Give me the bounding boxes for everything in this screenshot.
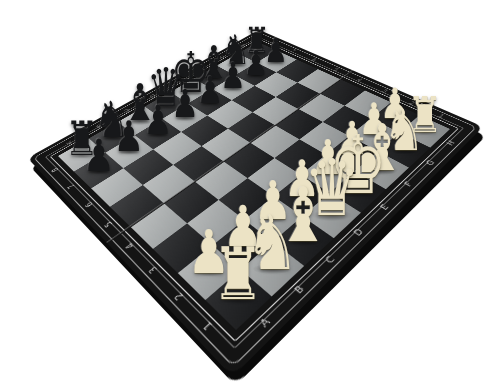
file-label-b: B bbox=[293, 284, 306, 295]
rank-label-far-2: 2 bbox=[407, 101, 415, 106]
chess-set-photo: AABBCCDDEEFFGGHH1122334455667788 ♜♞♝♛♚♝♞… bbox=[0, 0, 500, 388]
file-label-far-b: B bbox=[94, 123, 102, 128]
file-label-f: F bbox=[403, 181, 414, 188]
rank-label-4: 4 bbox=[124, 241, 135, 250]
rank-label-5: 5 bbox=[103, 220, 114, 228]
file-label-far-c: C bbox=[122, 108, 130, 113]
rank-label-8: 8 bbox=[50, 167, 60, 174]
rank-label-far-5: 5 bbox=[332, 68, 340, 72]
rank-label-far-4: 4 bbox=[355, 78, 363, 83]
rank-label-3: 3 bbox=[147, 265, 159, 275]
file-label-far-f: F bbox=[196, 67, 203, 71]
file-label-far-a: A bbox=[65, 140, 73, 146]
file-label-a: A bbox=[259, 317, 272, 329]
file-label-h: H bbox=[445, 140, 456, 147]
rank-label-6: 6 bbox=[84, 201, 94, 209]
file-label-c: C bbox=[324, 255, 336, 265]
rank-label-far-6: 6 bbox=[310, 58, 317, 62]
rank-label-7: 7 bbox=[66, 183, 76, 190]
file-label-far-h: H bbox=[239, 43, 246, 47]
file-label-far-e: E bbox=[173, 80, 180, 84]
file-label-far-g: G bbox=[218, 54, 226, 58]
file-label-far-d: D bbox=[148, 93, 156, 98]
rank-label-far-8: 8 bbox=[270, 41, 277, 45]
rank-label-far-3: 3 bbox=[380, 89, 388, 94]
rank-label-2: 2 bbox=[173, 291, 185, 302]
rank-label-far-1: 1 bbox=[436, 114, 445, 120]
rank-label-far-7: 7 bbox=[289, 49, 296, 53]
file-label-e: E bbox=[379, 203, 390, 211]
file-label-g: G bbox=[425, 159, 436, 166]
rank-label-1: 1 bbox=[201, 320, 214, 332]
file-label-d: D bbox=[352, 228, 364, 238]
